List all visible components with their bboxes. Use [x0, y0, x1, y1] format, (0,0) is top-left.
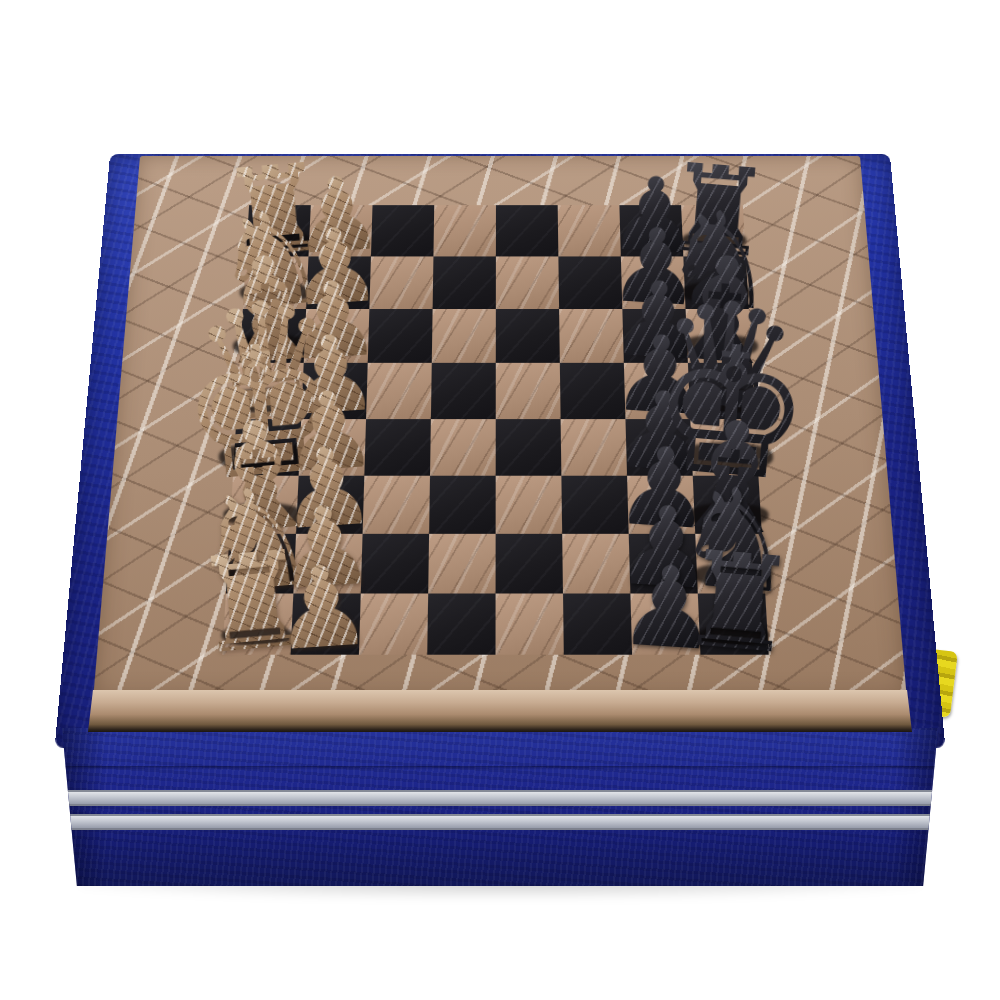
square-e6 — [561, 419, 627, 476]
square-f4 — [429, 475, 496, 533]
square-c6 — [559, 309, 624, 363]
square-f5 — [496, 475, 563, 533]
velvet-box-front — [62, 728, 938, 886]
square-e1 — [233, 419, 301, 476]
square-c8 — [686, 309, 752, 363]
square-g4 — [428, 534, 495, 594]
square-c3 — [368, 309, 433, 363]
square-d8 — [688, 363, 755, 418]
square-f7 — [627, 475, 695, 533]
square-c4 — [432, 309, 496, 363]
square-e4 — [430, 419, 496, 476]
product-photo: Marbled tan and black stone chess set in… — [0, 0, 1000, 1000]
square-b7 — [621, 257, 686, 310]
square-h8 — [698, 593, 769, 654]
silver-stripe-top — [62, 790, 938, 806]
square-e8 — [690, 419, 758, 476]
square-a7 — [619, 205, 683, 256]
square-a4 — [433, 205, 496, 256]
board-plane — [93, 156, 906, 697]
square-e2 — [299, 419, 366, 476]
square-g5 — [496, 534, 563, 594]
square-d2 — [301, 363, 368, 418]
square-a3 — [371, 205, 434, 256]
square-a8 — [681, 205, 746, 256]
square-h1 — [222, 593, 293, 654]
square-d3 — [366, 363, 432, 418]
square-a6 — [558, 205, 621, 256]
square-f2 — [296, 475, 364, 533]
square-f6 — [561, 475, 628, 533]
square-e3 — [364, 419, 431, 476]
square-b2 — [306, 257, 371, 310]
square-h2 — [291, 593, 361, 654]
square-h5 — [496, 593, 564, 654]
square-b6 — [558, 257, 622, 310]
square-d1 — [236, 363, 303, 418]
square-b4 — [433, 257, 496, 310]
square-a1 — [246, 205, 311, 256]
square-c1 — [240, 309, 306, 363]
square-h6 — [563, 593, 632, 654]
square-g3 — [361, 534, 429, 594]
square-e7 — [625, 419, 692, 476]
marble-slab-edge — [88, 690, 912, 732]
square-b5 — [496, 257, 559, 310]
square-a2 — [308, 205, 372, 256]
square-c2 — [304, 309, 370, 363]
square-g7 — [629, 534, 698, 594]
square-h7 — [630, 593, 700, 654]
square-g2 — [293, 534, 362, 594]
square-c5 — [496, 309, 560, 363]
square-f8 — [693, 475, 762, 533]
square-f1 — [230, 475, 299, 533]
square-d6 — [560, 363, 626, 418]
square-h4 — [427, 593, 495, 654]
square-d4 — [431, 363, 496, 418]
square-h3 — [359, 593, 428, 654]
silver-stripe-bottom — [62, 814, 938, 830]
square-d5 — [496, 363, 561, 418]
square-e5 — [496, 419, 562, 476]
square-g8 — [695, 534, 765, 594]
square-a5 — [496, 205, 558, 256]
square-g1 — [226, 534, 296, 594]
square-f3 — [363, 475, 430, 533]
square-c7 — [622, 309, 688, 363]
square-d7 — [624, 363, 690, 418]
square-b1 — [243, 257, 309, 310]
square-g6 — [562, 534, 630, 594]
square-b8 — [683, 257, 749, 310]
square-b3 — [369, 257, 433, 310]
box-lid-seam — [62, 766, 938, 770]
chess-board — [222, 205, 768, 655]
